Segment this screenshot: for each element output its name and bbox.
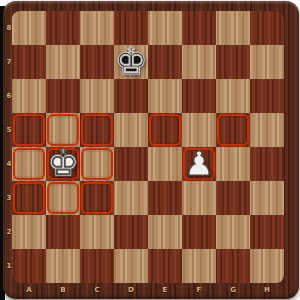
square-h4[interactable] xyxy=(250,147,284,181)
square-f8[interactable] xyxy=(182,11,216,45)
square-c3[interactable] xyxy=(80,181,114,215)
square-a1[interactable] xyxy=(12,249,46,283)
file-label-a: A xyxy=(12,283,46,297)
square-a4[interactable] xyxy=(12,147,46,181)
square-g4[interactable] xyxy=(216,147,250,181)
square-c4[interactable] xyxy=(80,147,114,181)
square-c8[interactable] xyxy=(80,11,114,45)
file-label-c: C xyxy=(80,283,114,297)
square-g6[interactable] xyxy=(216,79,250,113)
square-h6[interactable] xyxy=(250,79,284,113)
square-h7[interactable] xyxy=(250,45,284,79)
square-f1[interactable] xyxy=(182,249,216,283)
square-c1[interactable] xyxy=(80,249,114,283)
square-d6[interactable] xyxy=(114,79,148,113)
black-king[interactable]: ♚ xyxy=(114,44,148,78)
file-label-h: H xyxy=(250,283,284,297)
square-f6[interactable] xyxy=(182,79,216,113)
square-b4[interactable]: ♚ xyxy=(46,147,80,181)
square-f7[interactable] xyxy=(182,45,216,79)
square-e6[interactable] xyxy=(148,79,182,113)
file-coordinates: ABCDEFGH xyxy=(12,283,284,297)
square-g1[interactable] xyxy=(216,249,250,283)
square-h2[interactable] xyxy=(250,215,284,249)
square-g5[interactable] xyxy=(216,113,250,147)
square-g2[interactable] xyxy=(216,215,250,249)
square-c6[interactable] xyxy=(80,79,114,113)
square-d2[interactable] xyxy=(114,215,148,249)
square-c2[interactable] xyxy=(80,215,114,249)
square-h1[interactable] xyxy=(250,249,284,283)
square-d1[interactable] xyxy=(114,249,148,283)
square-e2[interactable] xyxy=(148,215,182,249)
square-d5[interactable] xyxy=(114,113,148,147)
file-label-e: E xyxy=(148,283,182,297)
white-pawn[interactable]: ♟ xyxy=(182,146,216,180)
square-h8[interactable] xyxy=(250,11,284,45)
square-a5[interactable] xyxy=(12,113,46,147)
square-b7[interactable] xyxy=(46,45,80,79)
square-g3[interactable] xyxy=(216,181,250,215)
square-b8[interactable] xyxy=(46,11,80,45)
square-e4[interactable] xyxy=(148,147,182,181)
square-c7[interactable] xyxy=(80,45,114,79)
square-b1[interactable] xyxy=(46,249,80,283)
square-e5[interactable] xyxy=(148,113,182,147)
square-f2[interactable] xyxy=(182,215,216,249)
square-h5[interactable] xyxy=(250,113,284,147)
square-a3[interactable] xyxy=(12,181,46,215)
square-f3[interactable] xyxy=(182,181,216,215)
square-b3[interactable] xyxy=(46,181,80,215)
square-e7[interactable] xyxy=(148,45,182,79)
square-a8[interactable] xyxy=(12,11,46,45)
square-a6[interactable] xyxy=(12,79,46,113)
square-d3[interactable] xyxy=(114,181,148,215)
file-label-g: G xyxy=(216,283,250,297)
square-b2[interactable] xyxy=(46,215,80,249)
square-h3[interactable] xyxy=(250,181,284,215)
square-e1[interactable] xyxy=(148,249,182,283)
square-g7[interactable] xyxy=(216,45,250,79)
square-b6[interactable] xyxy=(46,79,80,113)
square-a7[interactable] xyxy=(12,45,46,79)
square-e3[interactable] xyxy=(148,181,182,215)
chess-board: 87654321 ABCDEFGH ♚♚♟ xyxy=(3,1,299,299)
square-e8[interactable] xyxy=(148,11,182,45)
square-a2[interactable] xyxy=(12,215,46,249)
square-f4[interactable]: ♟ xyxy=(182,147,216,181)
square-f5[interactable] xyxy=(182,113,216,147)
square-d7[interactable]: ♚ xyxy=(114,45,148,79)
file-label-f: F xyxy=(182,283,216,297)
square-g8[interactable] xyxy=(216,11,250,45)
square-d4[interactable] xyxy=(114,147,148,181)
file-label-b: B xyxy=(46,283,80,297)
board-squares: ♚♚♟ xyxy=(12,11,284,283)
square-c5[interactable] xyxy=(80,113,114,147)
white-king[interactable]: ♚ xyxy=(46,146,80,180)
file-label-d: D xyxy=(114,283,148,297)
